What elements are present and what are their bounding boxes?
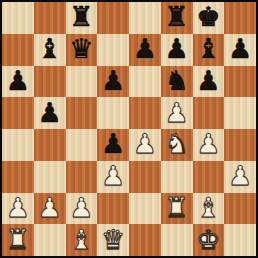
square-h3[interactable]: ♟ — [224, 161, 256, 193]
square-d2[interactable] — [97, 193, 129, 225]
square-c5[interactable] — [66, 97, 98, 129]
square-e5[interactable] — [129, 97, 161, 129]
square-b3[interactable] — [34, 161, 66, 193]
square-c7[interactable]: ♛ — [66, 34, 98, 66]
square-a2[interactable]: ♟ — [2, 193, 34, 225]
square-a3[interactable] — [2, 161, 34, 193]
square-f4[interactable]: ♞ — [161, 129, 193, 161]
black-pawn[interactable]: ♟ — [38, 99, 62, 126]
square-d1[interactable]: ♛ — [97, 224, 129, 256]
square-d6[interactable]: ♟ — [97, 66, 129, 98]
square-f5[interactable]: ♟ — [161, 97, 193, 129]
black-king[interactable]: ♚ — [196, 3, 220, 30]
square-d7[interactable] — [97, 34, 129, 66]
square-f8[interactable]: ♜ — [161, 2, 193, 34]
square-h7[interactable]: ♟ — [224, 34, 256, 66]
square-b4[interactable] — [34, 129, 66, 161]
square-a1[interactable]: ♜ — [2, 224, 34, 256]
square-e7[interactable]: ♟ — [129, 34, 161, 66]
square-e6[interactable] — [129, 66, 161, 98]
black-pawn[interactable]: ♟ — [196, 67, 220, 94]
white-knight[interactable]: ♞ — [165, 130, 189, 157]
square-a4[interactable] — [2, 129, 34, 161]
square-g5[interactable] — [193, 97, 225, 129]
square-g7[interactable]: ♝ — [193, 34, 225, 66]
black-rook[interactable]: ♜ — [165, 3, 189, 30]
square-e8[interactable] — [129, 2, 161, 34]
square-a5[interactable] — [2, 97, 34, 129]
square-a8[interactable] — [2, 2, 34, 34]
black-bishop[interactable]: ♝ — [38, 35, 62, 62]
black-pawn[interactable]: ♟ — [6, 67, 30, 94]
square-e4[interactable]: ♟ — [129, 129, 161, 161]
square-c1[interactable]: ♝ — [66, 224, 98, 256]
square-c3[interactable] — [66, 161, 98, 193]
white-bishop[interactable]: ♝ — [196, 194, 220, 221]
square-b8[interactable] — [34, 2, 66, 34]
square-d3[interactable]: ♟ — [97, 161, 129, 193]
black-pawn[interactable]: ♟ — [101, 67, 125, 94]
white-pawn[interactable]: ♟ — [101, 162, 125, 189]
square-h8[interactable] — [224, 2, 256, 34]
square-g2[interactable]: ♝ — [193, 193, 225, 225]
white-queen[interactable]: ♛ — [101, 226, 125, 253]
white-pawn[interactable]: ♟ — [6, 194, 30, 221]
black-queen[interactable]: ♛ — [69, 35, 93, 62]
square-h2[interactable] — [224, 193, 256, 225]
square-h6[interactable] — [224, 66, 256, 98]
square-b6[interactable] — [34, 66, 66, 98]
black-bishop[interactable]: ♝ — [196, 35, 220, 62]
square-c4[interactable] — [66, 129, 98, 161]
square-g1[interactable]: ♚ — [193, 224, 225, 256]
black-knight[interactable]: ♞ — [165, 67, 189, 94]
square-g3[interactable] — [193, 161, 225, 193]
square-a7[interactable] — [2, 34, 34, 66]
black-rook[interactable]: ♜ — [69, 3, 93, 30]
square-b1[interactable] — [34, 224, 66, 256]
white-pawn[interactable]: ♟ — [69, 194, 93, 221]
square-f7[interactable]: ♟ — [161, 34, 193, 66]
square-d4[interactable]: ♟ — [97, 129, 129, 161]
square-f1[interactable] — [161, 224, 193, 256]
square-f6[interactable]: ♞ — [161, 66, 193, 98]
black-pawn[interactable]: ♟ — [165, 35, 189, 62]
white-pawn[interactable]: ♟ — [133, 130, 157, 157]
white-pawn[interactable]: ♟ — [228, 162, 252, 189]
square-e2[interactable] — [129, 193, 161, 225]
square-h4[interactable] — [224, 129, 256, 161]
white-pawn[interactable]: ♟ — [196, 130, 220, 157]
chess-board: ♜♜♚♝♛♟♟♝♟♟♟♞♟♟♟♟♟♞♟♟♟♟♟♟♜♝♜♝♛♚ — [2, 2, 256, 256]
black-pawn[interactable]: ♟ — [101, 130, 125, 157]
white-pawn[interactable]: ♟ — [38, 194, 62, 221]
white-king[interactable]: ♚ — [196, 226, 220, 253]
square-c6[interactable] — [66, 66, 98, 98]
square-g8[interactable]: ♚ — [193, 2, 225, 34]
square-f2[interactable]: ♜ — [161, 193, 193, 225]
square-e1[interactable] — [129, 224, 161, 256]
white-pawn[interactable]: ♟ — [165, 99, 189, 126]
square-b5[interactable]: ♟ — [34, 97, 66, 129]
square-e3[interactable] — [129, 161, 161, 193]
square-f3[interactable] — [161, 161, 193, 193]
white-rook[interactable]: ♜ — [6, 226, 30, 253]
black-pawn[interactable]: ♟ — [228, 35, 252, 62]
square-g4[interactable]: ♟ — [193, 129, 225, 161]
square-b2[interactable]: ♟ — [34, 193, 66, 225]
white-bishop[interactable]: ♝ — [69, 226, 93, 253]
square-c2[interactable]: ♟ — [66, 193, 98, 225]
square-h5[interactable] — [224, 97, 256, 129]
square-a6[interactable]: ♟ — [2, 66, 34, 98]
square-d5[interactable] — [97, 97, 129, 129]
white-rook[interactable]: ♜ — [165, 194, 189, 221]
square-h1[interactable] — [224, 224, 256, 256]
square-d8[interactable] — [97, 2, 129, 34]
chess-board-frame: ♜♜♚♝♛♟♟♝♟♟♟♞♟♟♟♟♟♞♟♟♟♟♟♟♜♝♜♝♛♚ — [0, 0, 258, 258]
square-b7[interactable]: ♝ — [34, 34, 66, 66]
square-c8[interactable]: ♜ — [66, 2, 98, 34]
black-pawn[interactable]: ♟ — [133, 35, 157, 62]
square-g6[interactable]: ♟ — [193, 66, 225, 98]
